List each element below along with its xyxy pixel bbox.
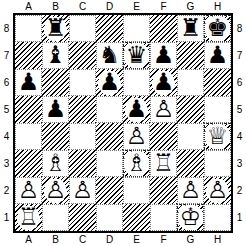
square-d8[interactable]: [96, 15, 123, 42]
piece-black-pawn[interactable]: ♟: [205, 43, 230, 68]
chess-board: ♜♜♚♝♞♛♟♟♟♟♟♟♟♙♙♕♗♗♖♙♙♙♙♙♖♔: [13, 13, 233, 233]
piece-white-queen[interactable]: ♕: [205, 124, 230, 149]
square-h7[interactable]: ♟: [204, 42, 231, 69]
square-h6[interactable]: [204, 69, 231, 96]
square-c8[interactable]: [69, 15, 96, 42]
square-h1[interactable]: [204, 204, 231, 231]
piece-white-pawn[interactable]: ♙: [151, 97, 176, 122]
coord-label-1: 1: [0, 204, 13, 231]
coord-label-f: F: [150, 0, 177, 13]
square-e8[interactable]: [123, 15, 150, 42]
coord-label-c: C: [69, 233, 96, 246]
square-f1[interactable]: [150, 204, 177, 231]
square-f2[interactable]: [150, 177, 177, 204]
square-g5[interactable]: [177, 96, 204, 123]
square-b1[interactable]: [42, 204, 69, 231]
coord-label-5: 5: [0, 96, 13, 123]
square-h3[interactable]: [204, 150, 231, 177]
coord-label-d: D: [96, 233, 123, 246]
square-f6[interactable]: ♟: [150, 69, 177, 96]
piece-black-pawn[interactable]: ♟: [43, 97, 68, 122]
square-a2[interactable]: ♙: [15, 177, 42, 204]
coord-label-2: 2: [0, 177, 13, 204]
square-c6[interactable]: [69, 69, 96, 96]
coord-label-g: G: [177, 233, 204, 246]
square-a8[interactable]: [15, 15, 42, 42]
square-d2[interactable]: [96, 177, 123, 204]
square-d4[interactable]: [96, 123, 123, 150]
coord-label-3: 3: [233, 150, 246, 177]
square-d3[interactable]: [96, 150, 123, 177]
coord-label-g: G: [177, 0, 204, 13]
piece-white-rook[interactable]: ♖: [15, 204, 42, 231]
square-d1[interactable]: [96, 204, 123, 231]
coord-label-6: 6: [233, 69, 246, 96]
piece-white-pawn[interactable]: ♙: [42, 177, 69, 204]
square-h5[interactable]: [204, 96, 231, 123]
rank-labels-left: 87654321: [0, 15, 13, 231]
piece-black-pawn[interactable]: ♟: [16, 70, 41, 95]
square-h2[interactable]: ♙: [204, 177, 231, 204]
coord-label-8: 8: [0, 15, 13, 42]
coord-label-a: A: [15, 0, 42, 13]
square-b7[interactable]: ♝: [42, 42, 69, 69]
square-e2[interactable]: [123, 177, 150, 204]
piece-black-pawn[interactable]: ♟: [151, 43, 176, 68]
coord-label-3: 3: [0, 150, 13, 177]
square-c2[interactable]: ♙: [69, 177, 96, 204]
square-b4[interactable]: [42, 123, 69, 150]
piece-black-pawn[interactable]: ♟: [150, 69, 177, 96]
coord-label-h: H: [204, 233, 231, 246]
square-g8[interactable]: ♜: [177, 15, 204, 42]
square-g4[interactable]: [177, 123, 204, 150]
piece-black-pawn[interactable]: ♟: [96, 69, 123, 96]
piece-white-pawn[interactable]: ♙: [70, 178, 95, 203]
coord-label-b: B: [42, 0, 69, 13]
piece-black-king[interactable]: ♚: [205, 16, 230, 41]
coord-label-h: H: [204, 0, 231, 13]
square-a1[interactable]: ♖: [15, 204, 42, 231]
piece-black-rook[interactable]: ♜: [42, 15, 69, 42]
piece-white-pawn[interactable]: ♙: [178, 178, 203, 203]
square-a7[interactable]: [15, 42, 42, 69]
coord-label-f: F: [150, 233, 177, 246]
coord-label-4: 4: [233, 123, 246, 150]
piece-white-rook[interactable]: ♖: [151, 151, 176, 176]
square-a3[interactable]: [15, 150, 42, 177]
piece-white-pawn[interactable]: ♙: [124, 124, 149, 149]
coord-label-a: A: [15, 233, 42, 246]
piece-black-queen[interactable]: ♛: [124, 43, 149, 68]
square-b8[interactable]: ♜: [42, 15, 69, 42]
square-c1[interactable]: [69, 204, 96, 231]
square-g6[interactable]: [177, 69, 204, 96]
square-f4[interactable]: [150, 123, 177, 150]
piece-black-pawn[interactable]: ♟: [123, 96, 150, 123]
coord-label-d: D: [96, 0, 123, 13]
square-f5[interactable]: ♙: [150, 96, 177, 123]
square-d5[interactable]: [96, 96, 123, 123]
square-b5[interactable]: ♟: [42, 96, 69, 123]
square-c3[interactable]: [69, 150, 96, 177]
square-h8[interactable]: ♚: [204, 15, 231, 42]
square-e3[interactable]: ♗: [123, 150, 150, 177]
coord-label-c: C: [69, 0, 96, 13]
coord-label-1: 1: [233, 204, 246, 231]
square-e4[interactable]: ♙: [123, 123, 150, 150]
coord-label-7: 7: [0, 42, 13, 69]
square-c4[interactable]: [69, 123, 96, 150]
coord-label-4: 4: [0, 123, 13, 150]
piece-white-bishop[interactable]: ♗: [43, 151, 68, 176]
square-e6[interactable]: [123, 69, 150, 96]
coord-label-e: E: [123, 0, 150, 13]
square-d7[interactable]: ♞: [96, 42, 123, 69]
piece-white-bishop[interactable]: ♗: [124, 151, 149, 176]
square-e1[interactable]: [123, 204, 150, 231]
square-f3[interactable]: ♖: [150, 150, 177, 177]
square-a6[interactable]: ♟: [15, 69, 42, 96]
square-a5[interactable]: [15, 96, 42, 123]
coord-label-e: E: [123, 233, 150, 246]
piece-white-king[interactable]: ♔: [178, 205, 203, 230]
coord-label-b: B: [42, 233, 69, 246]
coord-label-5: 5: [233, 96, 246, 123]
coord-label-6: 6: [0, 69, 13, 96]
square-b3[interactable]: ♗: [42, 150, 69, 177]
piece-white-pawn[interactable]: ♙: [16, 178, 41, 203]
square-b6[interactable]: [42, 69, 69, 96]
chess-diagram: ABCDEFGH 87654321 ♜♜♚♝♞♛♟♟♟♟♟♟♟♙♙♕♗♗♖♙♙♙…: [0, 0, 246, 246]
file-labels-top: ABCDEFGH: [15, 0, 231, 13]
square-f7[interactable]: ♟: [150, 42, 177, 69]
square-e5[interactable]: ♟: [123, 96, 150, 123]
file-labels-bottom: ABCDEFGH: [15, 233, 231, 246]
piece-black-bishop[interactable]: ♝: [43, 43, 68, 68]
square-a4[interactable]: [15, 123, 42, 150]
square-e7[interactable]: ♛: [123, 42, 150, 69]
square-c5[interactable]: [69, 96, 96, 123]
square-g7[interactable]: [177, 42, 204, 69]
square-c7[interactable]: [69, 42, 96, 69]
square-b2[interactable]: ♙: [42, 177, 69, 204]
square-g2[interactable]: ♙: [177, 177, 204, 204]
square-g1[interactable]: ♔: [177, 204, 204, 231]
coord-label-7: 7: [233, 42, 246, 69]
piece-black-knight[interactable]: ♞: [97, 43, 122, 68]
square-d6[interactable]: ♟: [96, 69, 123, 96]
square-g3[interactable]: [177, 150, 204, 177]
piece-white-pawn[interactable]: ♙: [204, 177, 231, 204]
coord-label-2: 2: [233, 177, 246, 204]
coord-label-8: 8: [233, 15, 246, 42]
piece-black-rook[interactable]: ♜: [178, 16, 203, 41]
square-f8[interactable]: [150, 15, 177, 42]
rank-labels-right: 87654321: [233, 15, 246, 231]
square-h4[interactable]: ♕: [204, 123, 231, 150]
